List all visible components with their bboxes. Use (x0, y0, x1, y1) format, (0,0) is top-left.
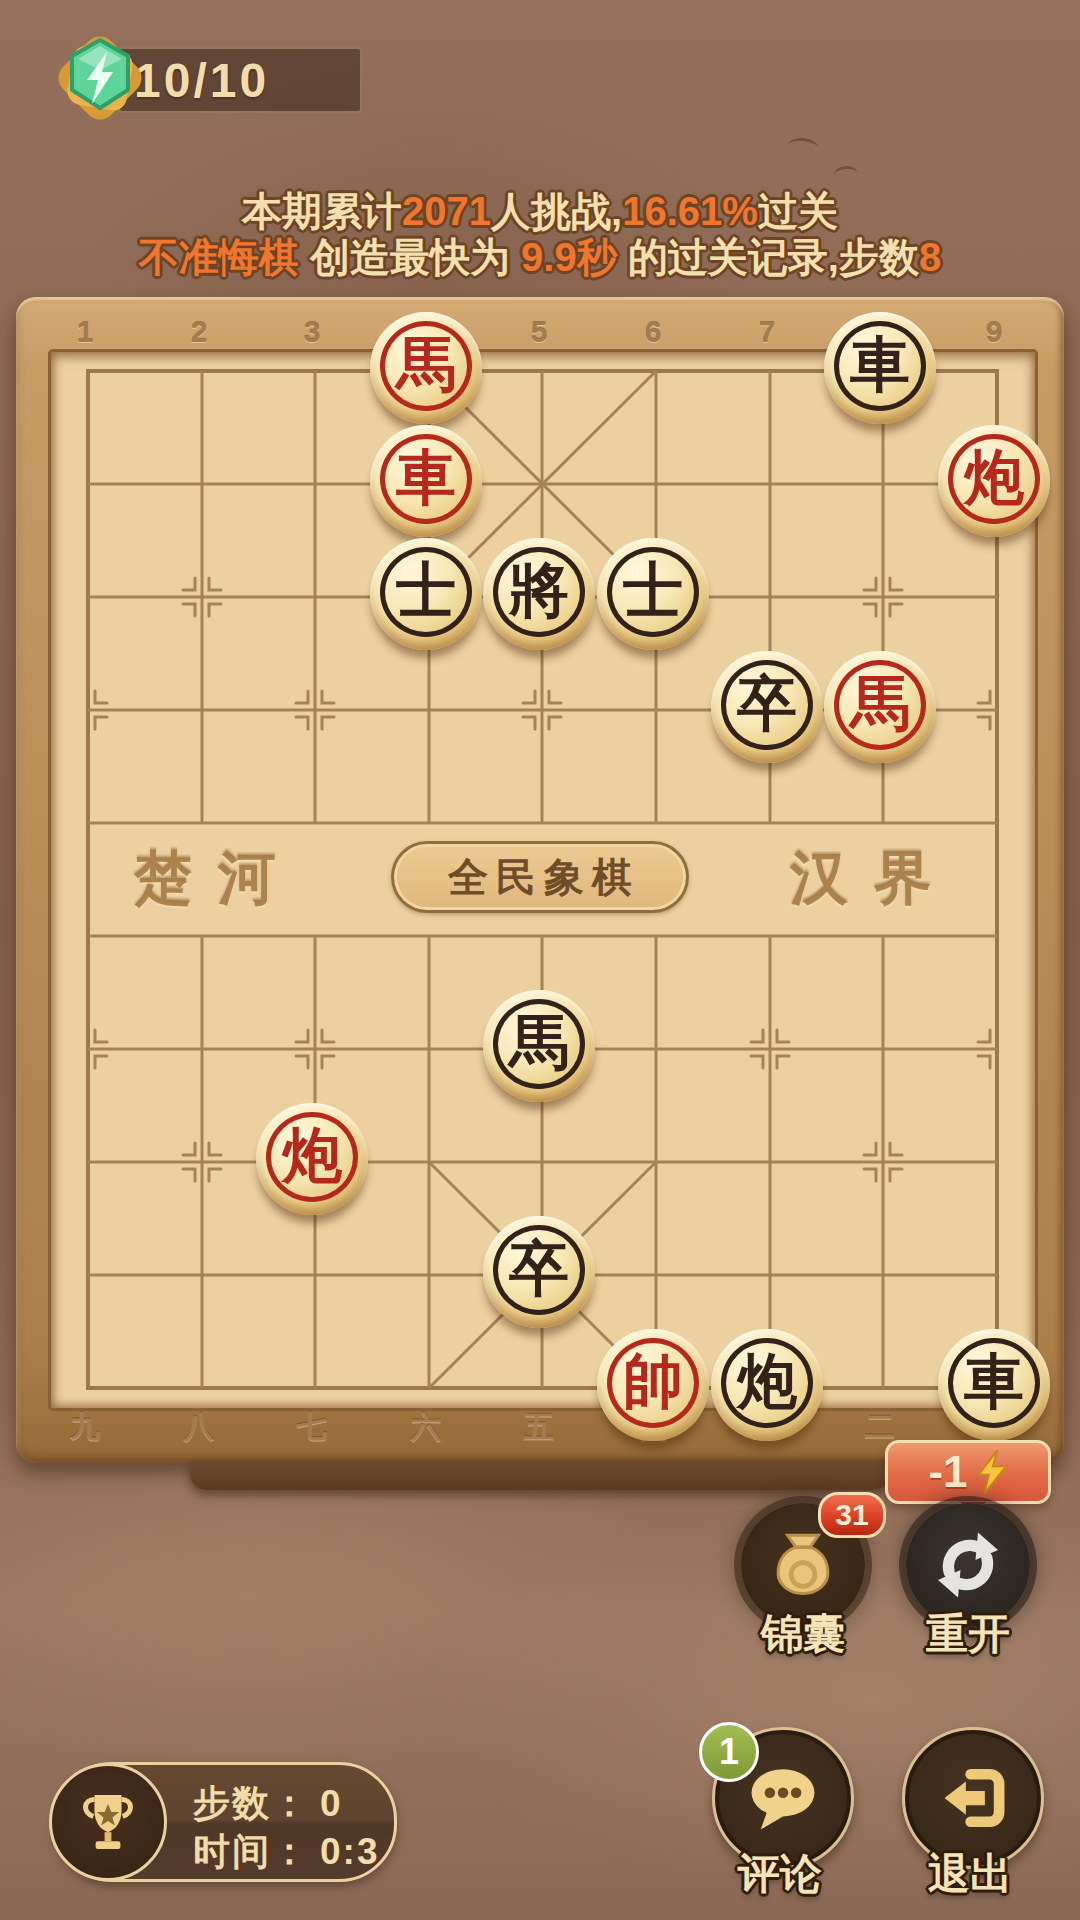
file-number-top: 2 (177, 315, 221, 349)
piece-red-炮[interactable]: 炮 (256, 1103, 368, 1215)
river-label-left: 楚河 (108, 840, 302, 918)
comment-count-badge: 1 (699, 1722, 759, 1782)
board-stand (190, 1460, 890, 1490)
piece-black-卒[interactable]: 卒 (483, 1216, 595, 1328)
piece-black-車[interactable]: 車 (824, 312, 936, 424)
file-number-top: 6 (631, 315, 675, 349)
penalty-value: -1 (928, 1447, 967, 1497)
file-number-top: 5 (517, 315, 561, 349)
file-number-bottom: 八 (177, 1407, 221, 1448)
piece-black-將[interactable]: 將 (483, 538, 595, 650)
trophy-badge (49, 1763, 167, 1881)
piece-black-士[interactable]: 士 (370, 538, 482, 650)
file-number-top: 3 (290, 315, 334, 349)
time-label: 时间： (193, 1831, 310, 1872)
restart-label: 重开 (906, 1606, 1030, 1662)
comment-label: 评论 (712, 1846, 848, 1902)
piece-black-卒[interactable]: 卒 (711, 651, 823, 763)
file-number-bottom: 九 (63, 1407, 107, 1448)
river-label-right: 汉界 (764, 840, 958, 918)
time-stat: 时间：0:3 (193, 1827, 379, 1877)
challenge-stats-line1: 本期累计2071人挑战,16.61%过关 (0, 188, 1080, 234)
file-number-top: 7 (745, 315, 789, 349)
piece-red-帥[interactable]: 帥 (597, 1329, 709, 1441)
time-value: 0:3 (320, 1831, 379, 1872)
file-number-top: 1 (63, 315, 107, 349)
restart-refresh-icon (928, 1525, 1008, 1605)
move-penalty-badge: -1 (885, 1440, 1051, 1504)
file-number-bottom: 七 (290, 1407, 334, 1448)
piece-black-炮[interactable]: 炮 (711, 1329, 823, 1441)
bird-decoration (833, 165, 858, 184)
piece-black-士[interactable]: 士 (597, 538, 709, 650)
exit-label: 退出 (902, 1846, 1038, 1902)
file-number-bottom: 五 (517, 1407, 561, 1448)
money-bag-icon (765, 1527, 841, 1603)
lightning-icon (978, 1450, 1008, 1494)
piece-red-馬[interactable]: 馬 (370, 312, 482, 424)
piece-red-炮[interactable]: 炮 (938, 425, 1050, 537)
challenge-stats: 本期累计2071人挑战,16.61%过关 不准悔棋 创造最快为 9.9秒 的过关… (0, 188, 1080, 280)
bird-decoration (787, 136, 819, 156)
exit-icon (935, 1760, 1011, 1836)
steps-label: 步数： (193, 1783, 310, 1824)
file-number-bottom: 六 (404, 1407, 448, 1448)
energy-gem-icon (50, 26, 150, 130)
app-title-banner: 全民象棋 (391, 841, 689, 913)
game-screen: 10/10 本期累计2071人挑战,16.61%过关 不准悔棋 创造最快为 9.… (0, 0, 1080, 1920)
hint-bag-label: 锦囊 (741, 1606, 865, 1662)
speech-bubble-icon (741, 1758, 825, 1838)
challenge-stats-line2: 不准悔棋 创造最快为 9.9秒 的过关记录,步数8 (0, 234, 1080, 280)
piece-black-馬[interactable]: 馬 (483, 990, 595, 1102)
piece-red-車[interactable]: 車 (370, 425, 482, 537)
piece-red-馬[interactable]: 馬 (824, 651, 936, 763)
steps-value: 0 (320, 1783, 343, 1824)
steps-stat: 步数：0 (193, 1779, 343, 1829)
hint-count-badge: 31 (818, 1492, 886, 1538)
trophy-icon (72, 1786, 144, 1858)
piece-black-車[interactable]: 車 (938, 1329, 1050, 1441)
energy-counter[interactable]: 10/10 (118, 47, 362, 113)
stats-panel: 步数：0 时间：0:3 (54, 1762, 397, 1882)
file-number-top: 9 (972, 315, 1016, 349)
